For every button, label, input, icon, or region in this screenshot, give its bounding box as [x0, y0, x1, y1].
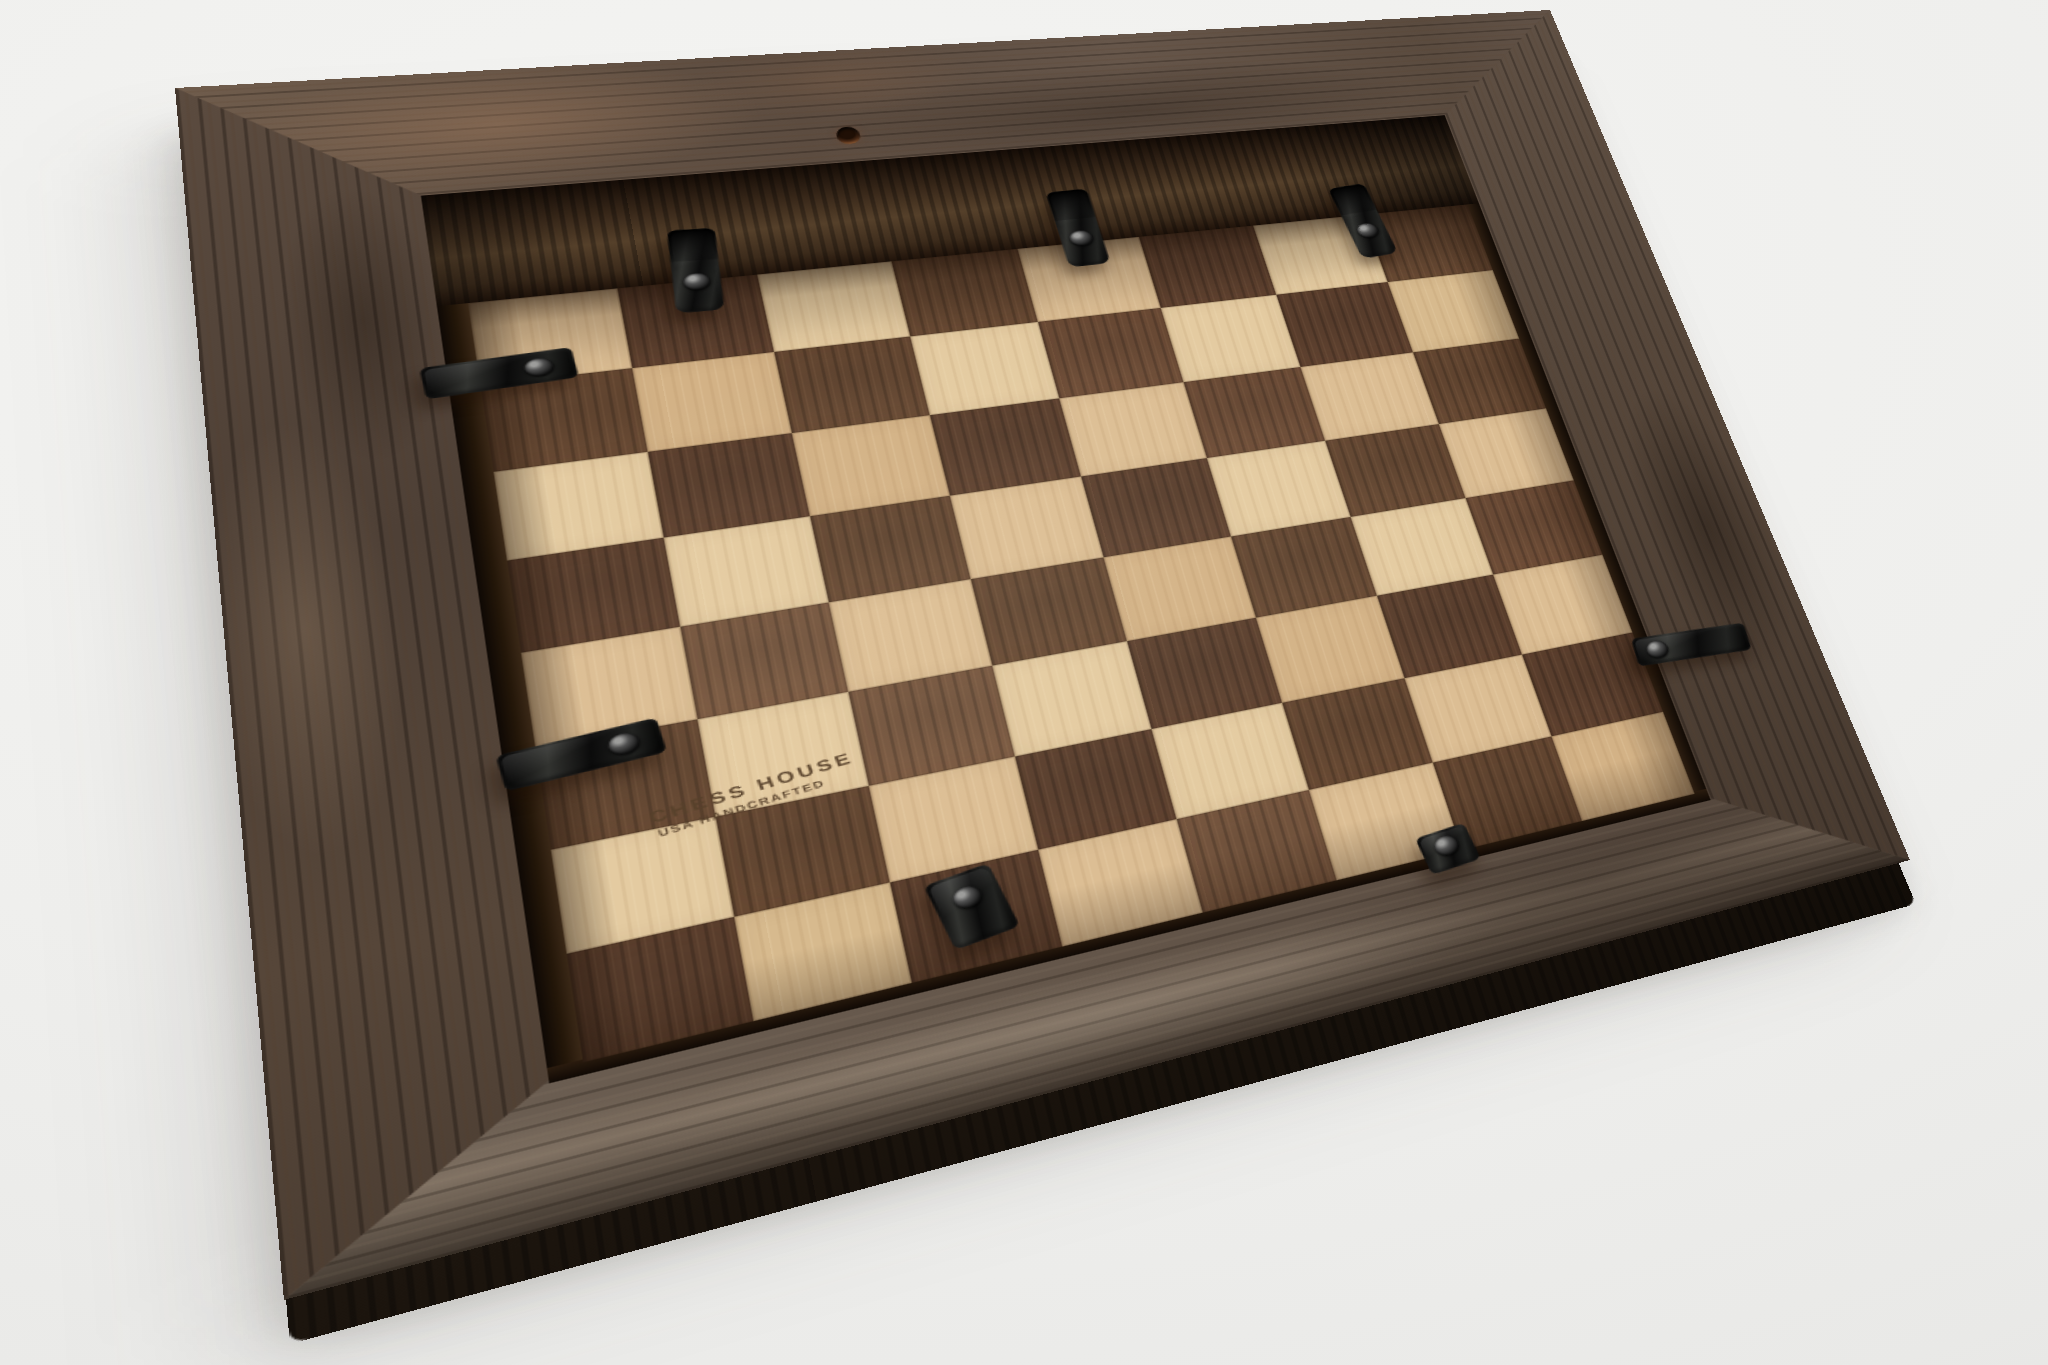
screw-icon [1645, 639, 1671, 659]
screw-icon [1431, 833, 1463, 859]
screw-icon [1354, 222, 1381, 239]
screw-icon [682, 272, 711, 290]
retainer-clip [667, 228, 724, 313]
screw-icon [522, 357, 555, 378]
screw-icon [605, 730, 642, 757]
photo-scene: CHESS HOUSE USA HANDCRAFTED [0, 0, 2048, 1365]
screw-icon [1067, 229, 1095, 246]
screw-icon [949, 883, 986, 912]
